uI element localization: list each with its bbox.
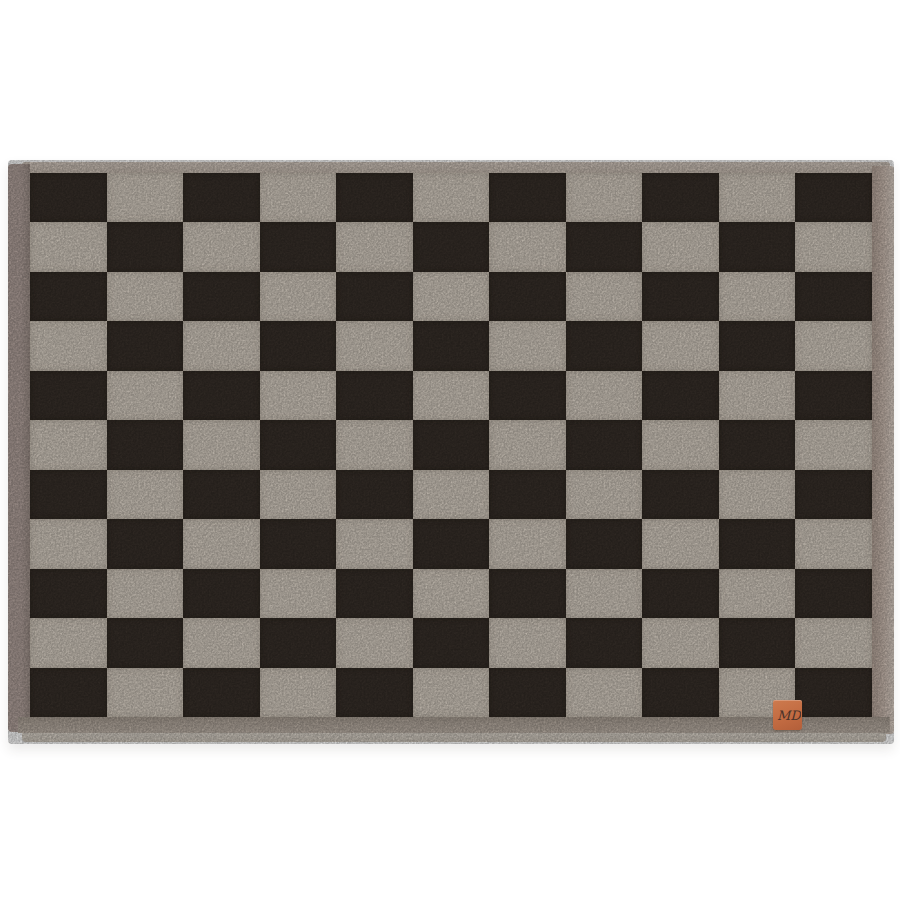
board-cell-r9c10 (719, 569, 796, 618)
board-cell-r1c7 (489, 173, 566, 222)
board-cell-r8c11 (795, 519, 872, 568)
board-cell-r3c5 (336, 272, 413, 321)
board-cell-r8c3 (183, 519, 260, 568)
board-cell-r3c1 (30, 272, 107, 321)
board-cell-r3c4 (260, 272, 337, 321)
board-cell-r7c11 (795, 470, 872, 519)
board-cell-r6c7 (489, 420, 566, 469)
board-cell-r9c4 (260, 569, 337, 618)
board-cell-r3c6 (413, 272, 490, 321)
board-cell-r1c4 (260, 173, 337, 222)
board-cell-r10c3 (183, 618, 260, 667)
board-cell-r4c11 (795, 321, 872, 370)
board-cell-r11c8 (566, 668, 643, 717)
board-cell-r2c8 (566, 222, 643, 271)
board-cell-r6c10 (719, 420, 796, 469)
towel-left-edge (8, 164, 30, 732)
towel-bottom-fold (22, 733, 886, 742)
board-cell-r5c9 (642, 371, 719, 420)
board-cell-r11c7 (489, 668, 566, 717)
board-cell-r8c9 (642, 519, 719, 568)
board-cell-r7c9 (642, 470, 719, 519)
board-cell-r6c3 (183, 420, 260, 469)
board-cell-r1c1 (30, 173, 107, 222)
board-cell-r10c6 (413, 618, 490, 667)
board-cell-r2c5 (336, 222, 413, 271)
towel-top-edge (22, 162, 890, 173)
board-cell-r8c2 (107, 519, 184, 568)
board-cell-r11c5 (336, 668, 413, 717)
board-cell-r9c6 (413, 569, 490, 618)
board-cell-r5c7 (489, 371, 566, 420)
board-cell-r11c9 (642, 668, 719, 717)
board-cell-r1c3 (183, 173, 260, 222)
board-cell-r6c6 (413, 420, 490, 469)
board-cell-r8c8 (566, 519, 643, 568)
board-cell-r2c3 (183, 222, 260, 271)
board-cell-r6c2 (107, 420, 184, 469)
board-cell-r7c7 (489, 470, 566, 519)
bath-mat: MD (8, 160, 894, 744)
board-cell-r1c8 (566, 173, 643, 222)
board-cell-r10c9 (642, 618, 719, 667)
board-cell-r6c4 (260, 420, 337, 469)
board-cell-r4c2 (107, 321, 184, 370)
board-cell-r5c11 (795, 371, 872, 420)
board-cell-r6c9 (642, 420, 719, 469)
board-cell-r9c8 (566, 569, 643, 618)
board-cell-r6c8 (566, 420, 643, 469)
brand-tag-text: MD (777, 708, 801, 723)
towel-bottom-hem (18, 717, 890, 733)
board-cell-r9c9 (642, 569, 719, 618)
board-cell-r6c5 (336, 420, 413, 469)
board-cell-r5c3 (183, 371, 260, 420)
board-cell-r5c6 (413, 371, 490, 420)
board-cell-r3c11 (795, 272, 872, 321)
board-cell-r5c8 (566, 371, 643, 420)
board-cell-r4c5 (336, 321, 413, 370)
board-cell-r3c7 (489, 272, 566, 321)
board-cell-r4c1 (30, 321, 107, 370)
board-cell-r1c9 (642, 173, 719, 222)
board-cell-r10c11 (795, 618, 872, 667)
board-cell-r5c10 (719, 371, 796, 420)
board-cell-r9c11 (795, 569, 872, 618)
board-cell-r7c6 (413, 470, 490, 519)
board-cell-r5c2 (107, 371, 184, 420)
board-cell-r10c2 (107, 618, 184, 667)
board-cell-r7c1 (30, 470, 107, 519)
board-cell-r3c9 (642, 272, 719, 321)
board-cell-r7c3 (183, 470, 260, 519)
board-cell-r6c11 (795, 420, 872, 469)
board-cell-r2c9 (642, 222, 719, 271)
board-cell-r4c6 (413, 321, 490, 370)
board-cell-r10c7 (489, 618, 566, 667)
board-cell-r3c8 (566, 272, 643, 321)
board-cell-r2c11 (795, 222, 872, 271)
board-cell-r2c7 (489, 222, 566, 271)
board-cell-r4c9 (642, 321, 719, 370)
board-cell-r1c2 (107, 173, 184, 222)
board-cell-r9c5 (336, 569, 413, 618)
board-cell-r1c5 (336, 173, 413, 222)
board-cell-r10c5 (336, 618, 413, 667)
board-cell-r8c5 (336, 519, 413, 568)
board-cell-r1c11 (795, 173, 872, 222)
board-cell-r3c10 (719, 272, 796, 321)
board-cell-r9c2 (107, 569, 184, 618)
board-cell-r8c10 (719, 519, 796, 568)
board-cell-r11c2 (107, 668, 184, 717)
board-cell-r7c4 (260, 470, 337, 519)
board-cell-r2c1 (30, 222, 107, 271)
board-cell-r11c6 (413, 668, 490, 717)
board-cell-r5c4 (260, 371, 337, 420)
brand-tag: MD (773, 700, 802, 730)
board-cell-r2c6 (413, 222, 490, 271)
board-cell-r10c4 (260, 618, 337, 667)
board-cell-r10c8 (566, 618, 643, 667)
product-photo-canvas: { "scene": { "description": "Overhead pr… (0, 0, 900, 900)
board-cell-r9c7 (489, 569, 566, 618)
board-cell-r4c8 (566, 321, 643, 370)
board-cell-r7c8 (566, 470, 643, 519)
board-cell-r1c10 (719, 173, 796, 222)
board-cell-r3c2 (107, 272, 184, 321)
md-monogram-icon: MD (774, 704, 801, 726)
board-cell-r2c4 (260, 222, 337, 271)
checkerboard (30, 173, 872, 717)
board-cell-r11c3 (183, 668, 260, 717)
board-cell-r4c10 (719, 321, 796, 370)
board-cell-r11c1 (30, 668, 107, 717)
board-cell-r11c4 (260, 668, 337, 717)
board-cell-r10c10 (719, 618, 796, 667)
board-cell-r10c1 (30, 618, 107, 667)
board-cell-r5c1 (30, 371, 107, 420)
board-cell-r8c1 (30, 519, 107, 568)
board-cell-r4c4 (260, 321, 337, 370)
board-cell-r7c5 (336, 470, 413, 519)
towel-right-edge (872, 166, 894, 734)
board-cell-r2c10 (719, 222, 796, 271)
board-cell-r4c3 (183, 321, 260, 370)
board-cell-r7c10 (719, 470, 796, 519)
board-cell-r8c7 (489, 519, 566, 568)
board-cell-r9c1 (30, 569, 107, 618)
board-cell-r9c3 (183, 569, 260, 618)
board-cell-r8c6 (413, 519, 490, 568)
board-cell-r7c2 (107, 470, 184, 519)
board-cell-r1c6 (413, 173, 490, 222)
board-cell-r11c11 (795, 668, 872, 717)
board-cell-r3c3 (183, 272, 260, 321)
board-cell-r8c4 (260, 519, 337, 568)
board-cell-r6c1 (30, 420, 107, 469)
board-cell-r5c5 (336, 371, 413, 420)
board-cell-r4c7 (489, 321, 566, 370)
board-cell-r2c2 (107, 222, 184, 271)
